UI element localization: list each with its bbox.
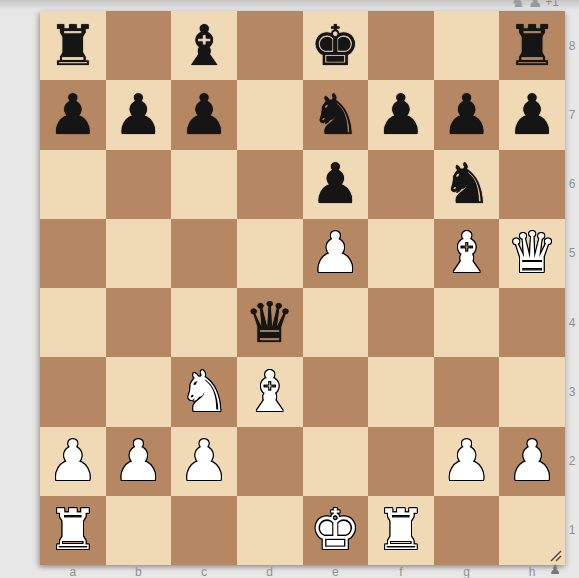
square-c5[interactable] <box>171 219 237 288</box>
square-h2[interactable]: ♟ <box>499 427 565 496</box>
top-gradient-bar <box>0 0 579 10</box>
chess-app: ♞ ♟ +1 ♜♝♚♜♟♟♟♞♟♟♟♟♞♟♝♛♛♞♝♟♟♟♟♟♜♚♜ a b c… <box>0 0 579 578</box>
white-knight-piece[interactable]: ♞ <box>179 364 229 420</box>
square-d8[interactable] <box>237 11 303 80</box>
black-pawn-piece[interactable]: ♟ <box>310 156 360 212</box>
white-pawn-piece[interactable]: ♟ <box>310 225 360 281</box>
black-pawn-piece[interactable]: ♟ <box>376 87 426 143</box>
square-c4[interactable] <box>171 288 237 357</box>
black-king-piece[interactable]: ♚ <box>310 18 360 74</box>
square-e2[interactable] <box>303 427 369 496</box>
square-h3[interactable] <box>499 357 565 426</box>
square-a1[interactable]: ♜ <box>40 496 106 565</box>
white-pawn-piece[interactable]: ♟ <box>48 433 98 489</box>
file-label-g: g <box>434 566 500 578</box>
rank-labels: 8 7 6 5 4 3 2 1 <box>565 11 579 565</box>
square-b8[interactable] <box>106 11 172 80</box>
square-a5[interactable] <box>40 219 106 288</box>
rank-label-4: 4 <box>565 288 579 357</box>
square-f4[interactable] <box>368 288 434 357</box>
square-e1[interactable]: ♚ <box>303 496 369 565</box>
square-a7[interactable]: ♟ <box>40 80 106 149</box>
white-rook-piece[interactable]: ♜ <box>48 502 98 558</box>
white-bishop-piece[interactable]: ♝ <box>441 225 491 281</box>
square-c7[interactable]: ♟ <box>171 80 237 149</box>
square-h5[interactable]: ♛ <box>499 219 565 288</box>
square-d2[interactable] <box>237 427 303 496</box>
chess-board[interactable]: ♜♝♚♜♟♟♟♞♟♟♟♟♞♟♝♛♛♞♝♟♟♟♟♟♜♚♜ <box>40 11 565 565</box>
square-e5[interactable]: ♟ <box>303 219 369 288</box>
file-label-c: c <box>171 566 237 578</box>
square-d1[interactable] <box>237 496 303 565</box>
square-f5[interactable] <box>368 219 434 288</box>
white-pawn-piece[interactable]: ♟ <box>441 433 491 489</box>
white-queen-piece[interactable]: ♛ <box>507 225 557 281</box>
square-d6[interactable] <box>237 150 303 219</box>
resize-handle-icon[interactable] <box>549 549 563 563</box>
black-knight-piece[interactable]: ♞ <box>310 87 360 143</box>
square-g8[interactable] <box>434 11 500 80</box>
square-h7[interactable]: ♟ <box>499 80 565 149</box>
square-a3[interactable] <box>40 357 106 426</box>
black-pawn-piece[interactable]: ♟ <box>113 87 163 143</box>
square-b7[interactable]: ♟ <box>106 80 172 149</box>
square-f7[interactable]: ♟ <box>368 80 434 149</box>
captured-pawn-icon: ♟ <box>528 0 542 10</box>
square-d5[interactable] <box>237 219 303 288</box>
file-label-e: e <box>303 566 369 578</box>
square-g5[interactable]: ♝ <box>434 219 500 288</box>
square-c1[interactable] <box>171 496 237 565</box>
white-pawn-piece[interactable]: ♟ <box>179 433 229 489</box>
black-queen-piece[interactable]: ♛ <box>245 295 295 351</box>
square-d7[interactable] <box>237 80 303 149</box>
square-c6[interactable] <box>171 150 237 219</box>
white-pawn-piece[interactable]: ♟ <box>113 433 163 489</box>
square-h8[interactable]: ♜ <box>499 11 565 80</box>
square-a6[interactable] <box>40 150 106 219</box>
square-e4[interactable] <box>303 288 369 357</box>
square-a4[interactable] <box>40 288 106 357</box>
black-pawn-piece[interactable]: ♟ <box>48 87 98 143</box>
square-g2[interactable]: ♟ <box>434 427 500 496</box>
square-b6[interactable] <box>106 150 172 219</box>
square-c3[interactable]: ♞ <box>171 357 237 426</box>
square-g6[interactable]: ♞ <box>434 150 500 219</box>
square-f8[interactable] <box>368 11 434 80</box>
square-g4[interactable] <box>434 288 500 357</box>
square-b4[interactable] <box>106 288 172 357</box>
square-d3[interactable]: ♝ <box>237 357 303 426</box>
black-pawn-piece[interactable]: ♟ <box>441 87 491 143</box>
rank-label-8: 8 <box>565 11 579 80</box>
white-king-piece[interactable]: ♚ <box>310 502 360 558</box>
square-d4[interactable]: ♛ <box>237 288 303 357</box>
square-e7[interactable]: ♞ <box>303 80 369 149</box>
black-to-move-pawn-icon: ♟ <box>549 563 561 576</box>
square-b5[interactable] <box>106 219 172 288</box>
rank-label-2: 2 <box>565 427 579 496</box>
square-f6[interactable] <box>368 150 434 219</box>
square-g3[interactable] <box>434 357 500 426</box>
file-labels: a b c d e f g h <box>40 566 565 578</box>
square-e3[interactable] <box>303 357 369 426</box>
black-pawn-piece[interactable]: ♟ <box>179 87 229 143</box>
rank-label-7: 7 <box>565 80 579 149</box>
black-rook-piece[interactable]: ♜ <box>507 18 557 74</box>
square-b2[interactable]: ♟ <box>106 427 172 496</box>
white-rook-piece[interactable]: ♜ <box>376 502 426 558</box>
square-h6[interactable] <box>499 150 565 219</box>
square-e6[interactable]: ♟ <box>303 150 369 219</box>
rank-label-3: 3 <box>565 357 579 426</box>
material-advantage-label: +1 <box>545 0 559 10</box>
square-h4[interactable] <box>499 288 565 357</box>
file-label-a: a <box>40 566 106 578</box>
file-label-f: f <box>368 566 434 578</box>
square-f2[interactable] <box>368 427 434 496</box>
square-a2[interactable]: ♟ <box>40 427 106 496</box>
black-pawn-piece[interactable]: ♟ <box>507 87 557 143</box>
square-f3[interactable] <box>368 357 434 426</box>
rank-label-5: 5 <box>565 219 579 288</box>
white-bishop-piece[interactable]: ♝ <box>245 364 295 420</box>
square-e8[interactable]: ♚ <box>303 11 369 80</box>
file-label-d: d <box>237 566 303 578</box>
captured-knight-icon: ♞ <box>511 0 525 10</box>
square-g7[interactable]: ♟ <box>434 80 500 149</box>
square-f1[interactable]: ♜ <box>368 496 434 565</box>
rank-label-6: 6 <box>565 150 579 219</box>
square-c2[interactable]: ♟ <box>171 427 237 496</box>
square-c8[interactable]: ♝ <box>171 11 237 80</box>
captured-pieces-indicator: ♞ ♟ +1 <box>511 0 559 10</box>
black-knight-piece[interactable]: ♞ <box>441 156 491 212</box>
square-g1[interactable] <box>434 496 500 565</box>
file-label-b: b <box>106 566 172 578</box>
white-pawn-piece[interactable]: ♟ <box>507 433 557 489</box>
square-b1[interactable] <box>106 496 172 565</box>
rank-label-1: 1 <box>565 496 579 565</box>
black-rook-piece[interactable]: ♜ <box>48 18 98 74</box>
square-b3[interactable] <box>106 357 172 426</box>
square-a8[interactable]: ♜ <box>40 11 106 80</box>
black-bishop-piece[interactable]: ♝ <box>179 18 229 74</box>
